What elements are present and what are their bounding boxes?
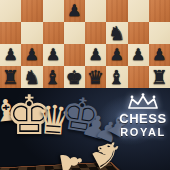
square-d5[interactable] (85, 0, 106, 22)
square-g8[interactable]: ♞ (21, 66, 42, 88)
square-h6[interactable] (0, 22, 21, 44)
square-g5[interactable] (21, 0, 42, 22)
app-logo: CHESS ROYAL (118, 93, 168, 138)
square-a6[interactable] (149, 22, 170, 44)
square-f7[interactable]: ♟ (43, 44, 64, 66)
square-g6[interactable] (21, 22, 42, 44)
black-bishop-f8[interactable]: ♝ (45, 66, 62, 88)
black-pawn-g7[interactable]: ♟ (25, 44, 39, 66)
square-e8[interactable]: ♚ (64, 66, 85, 88)
crown-icon (125, 93, 161, 110)
square-a7[interactable]: ♟ (149, 44, 170, 66)
black-king-e8[interactable]: ♚ (66, 66, 83, 88)
square-e7[interactable] (64, 44, 85, 66)
square-d6[interactable] (85, 22, 106, 44)
square-f5[interactable] (43, 0, 64, 22)
chess-royal-app: ♟♞♟♟♟♟♟♟♟♜♞♝♚♛♝♜ ♝♚♛♚♟♟♝♞♟ CHESS ROYAL (0, 0, 170, 170)
square-g7[interactable]: ♟ (21, 44, 42, 66)
black-knight-g8[interactable]: ♞ (23, 66, 40, 88)
black-pawn-f7[interactable]: ♟ (46, 44, 60, 66)
app-title-line1: CHESS (118, 111, 168, 126)
chess-board[interactable]: ♟♞♟♟♟♟♟♟♟♜♞♝♚♛♝♜ (0, 0, 170, 88)
black-pawn-b7[interactable]: ♟ (131, 44, 145, 66)
square-e6[interactable] (64, 22, 85, 44)
square-h5[interactable] (0, 0, 21, 22)
black-pawn-d7[interactable]: ♟ (88, 44, 102, 66)
black-pawn-h7[interactable]: ♟ (3, 44, 17, 66)
square-h7[interactable]: ♟ (0, 44, 21, 66)
black-pawn-a7[interactable]: ♟ (152, 44, 166, 66)
black-queen-d8[interactable]: ♛ (87, 66, 104, 88)
promo-banner[interactable]: ♝♚♛♚♟♟♝♞♟ CHESS ROYAL (0, 88, 170, 170)
black-bishop-c8[interactable]: ♝ (108, 66, 125, 88)
black-pawn-e5[interactable]: ♟ (67, 0, 81, 22)
square-b5[interactable] (128, 0, 149, 22)
square-e5[interactable]: ♟ (64, 0, 85, 22)
square-c5[interactable] (106, 0, 127, 22)
black-rook-h8[interactable]: ♜ (2, 66, 19, 88)
square-c7[interactable]: ♟ (106, 44, 127, 66)
black-pawn-c7[interactable]: ♟ (110, 44, 124, 66)
square-f8[interactable]: ♝ (43, 66, 64, 88)
app-title-line2: ROYAL (118, 126, 168, 138)
square-c8[interactable]: ♝ (106, 66, 127, 88)
square-h8[interactable]: ♜ (0, 66, 21, 88)
square-c6[interactable]: ♞ (106, 22, 127, 44)
black-rook-a8[interactable]: ♜ (151, 66, 168, 88)
square-d7[interactable]: ♟ (85, 44, 106, 66)
square-b7[interactable]: ♟ (128, 44, 149, 66)
square-b6[interactable] (128, 22, 149, 44)
black-knight-c6[interactable]: ♞ (108, 22, 125, 44)
scene-cream-pawn-fallen: ♟ (55, 147, 87, 170)
square-b8[interactable] (128, 66, 149, 88)
square-a8[interactable]: ♜ (149, 66, 170, 88)
square-d8[interactable]: ♛ (85, 66, 106, 88)
square-f6[interactable] (43, 22, 64, 44)
square-a5[interactable] (149, 0, 170, 22)
